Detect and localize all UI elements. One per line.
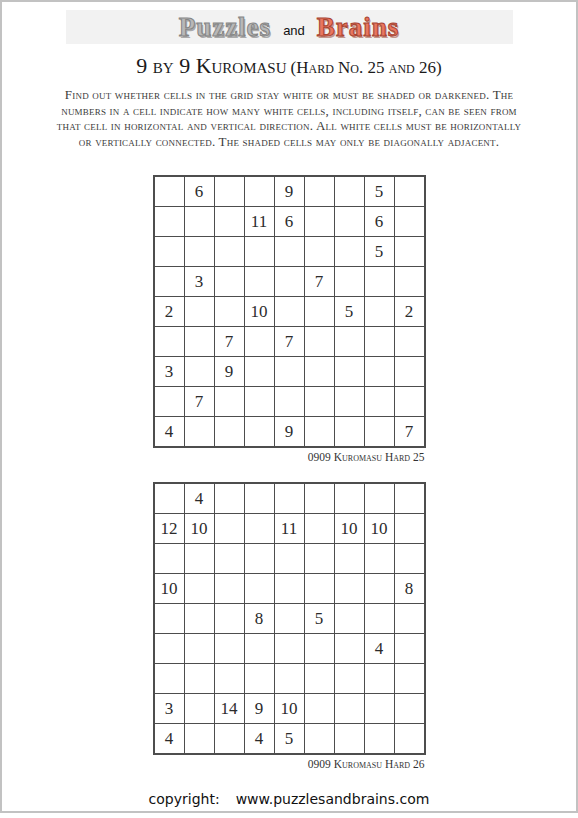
grid-cell[interactable] [155, 634, 184, 663]
grid-cell[interactable]: 5 [305, 604, 334, 633]
grid-cell[interactable] [185, 237, 214, 266]
grid-cell[interactable] [395, 514, 424, 543]
grid-cell[interactable] [395, 207, 424, 236]
grid-cell[interactable] [365, 724, 394, 753]
copyright-label: copyright: [149, 791, 220, 807]
grid-cell[interactable] [215, 267, 244, 296]
grid-cell[interactable] [185, 604, 214, 633]
grid-cell[interactable] [275, 267, 304, 296]
kuromasu-grid-hard-25: 69511665372105277397497 [153, 175, 426, 448]
grid-cell[interactable]: 12 [155, 514, 184, 543]
grid-cell[interactable]: 10 [155, 574, 184, 603]
grid-caption-hard-25: 0909 Kuromasu Hard 25 [153, 451, 426, 463]
grid-cell[interactable]: 7 [215, 327, 244, 356]
grid-cell[interactable] [155, 177, 184, 206]
grid-cell[interactable] [185, 357, 214, 386]
grid-cell[interactable] [215, 417, 244, 446]
grid-cell[interactable] [215, 664, 244, 693]
grid-cell[interactable]: 3 [185, 267, 214, 296]
grid-cell[interactable] [335, 357, 364, 386]
grid-cell[interactable] [335, 484, 364, 513]
grid-cell[interactable] [305, 664, 334, 693]
grid-cell[interactable]: 9 [275, 417, 304, 446]
grid-cell[interactable] [155, 604, 184, 633]
grid-cell[interactable] [185, 417, 214, 446]
grid-cell[interactable] [185, 664, 214, 693]
grid-cell[interactable] [215, 207, 244, 236]
grid-cell[interactable] [215, 574, 244, 603]
grid-cell[interactable] [275, 574, 304, 603]
logo-brains-text: Brains [317, 14, 400, 41]
grid-cell[interactable] [365, 417, 394, 446]
copyright-line: copyright:www.puzzlesandbrains.com [2, 791, 576, 807]
page-title-main: 9 by 9 Kuromasu [136, 53, 286, 78]
grid-cell[interactable] [245, 387, 274, 416]
grid-cell[interactable] [395, 694, 424, 723]
puzzle-page: Puzzles and Brains 9 by 9 Kuromasu (Hard… [0, 0, 578, 813]
grid-cell[interactable] [215, 297, 244, 326]
grid-cell[interactable] [335, 574, 364, 603]
grid-cell[interactable] [395, 604, 424, 633]
grid-cell[interactable] [245, 177, 274, 206]
grid-cell[interactable]: 7 [305, 267, 334, 296]
instruction-line-2: numbers in a cell indicate how many whit… [2, 103, 576, 119]
grid-cell[interactable]: 4 [245, 724, 274, 753]
grid-cell[interactable] [395, 177, 424, 206]
grid-cell[interactable] [215, 237, 244, 266]
grid-cell[interactable] [395, 357, 424, 386]
grid-cell[interactable] [305, 327, 334, 356]
grid-cell[interactable]: 5 [365, 177, 394, 206]
grid-cell[interactable] [155, 237, 184, 266]
grid-cell[interactable] [215, 387, 244, 416]
grid-cell[interactable] [395, 267, 424, 296]
grid-cell[interactable]: 3 [155, 694, 184, 723]
instruction-line-3: that cell in horizontal and vertical dir… [2, 118, 576, 134]
instruction-line-1: Find out whether cells in the grid stay … [2, 87, 576, 103]
grid-cell[interactable]: 7 [395, 417, 424, 446]
grid-cell[interactable] [395, 237, 424, 266]
grid-cell[interactable]: 4 [155, 724, 184, 753]
grid-cell[interactable] [185, 327, 214, 356]
logo-puzzles-text: Puzzles [179, 14, 271, 41]
grid-cell[interactable]: 8 [245, 604, 274, 633]
grid-cell[interactable] [305, 544, 334, 573]
grid-cell[interactable] [305, 177, 334, 206]
grid-cell[interactable] [155, 267, 184, 296]
grid-cell[interactable]: 5 [365, 237, 394, 266]
grid-cell[interactable] [365, 604, 394, 633]
grid-cell[interactable] [395, 634, 424, 663]
puzzle-26-block: 41210111010108854314910445 0909 Kuromasu… [153, 482, 426, 770]
grid-caption-hard-26: 0909 Kuromasu Hard 26 [153, 758, 426, 770]
grid-cell[interactable] [305, 634, 334, 663]
grid-cell[interactable] [395, 664, 424, 693]
grid-cell[interactable] [335, 237, 364, 266]
grid-cell[interactable] [215, 177, 244, 206]
grid-cell[interactable] [335, 417, 364, 446]
grid-cell[interactable] [275, 387, 304, 416]
grid-cell[interactable] [275, 357, 304, 386]
grid-cell[interactable] [185, 544, 214, 573]
grid-cell[interactable] [335, 694, 364, 723]
grid-cell[interactable] [395, 544, 424, 573]
grid-cell[interactable]: 9 [215, 357, 244, 386]
grid-cell[interactable] [335, 664, 364, 693]
grid-cell[interactable] [275, 634, 304, 663]
grid-cell[interactable] [215, 484, 244, 513]
grid-cell[interactable] [365, 357, 394, 386]
grid-cell[interactable] [335, 544, 364, 573]
grid-cell[interactable] [305, 514, 334, 543]
grid-cell[interactable] [245, 357, 274, 386]
grid-cell[interactable] [305, 237, 334, 266]
instructions: Find out whether cells in the grid stay … [2, 87, 576, 149]
grid-cell[interactable]: 6 [365, 207, 394, 236]
grid-cell[interactable] [305, 724, 334, 753]
grid-cell[interactable] [155, 544, 184, 573]
grid-cell[interactable] [185, 634, 214, 663]
grid-cell[interactable]: 10 [275, 694, 304, 723]
grid-cell[interactable] [275, 237, 304, 266]
grid-cell[interactable] [185, 694, 214, 723]
grid-cell[interactable] [275, 297, 304, 326]
grid-cell[interactable]: 14 [215, 694, 244, 723]
grid-cell[interactable] [365, 387, 394, 416]
page-title: 9 by 9 Kuromasu (Hard No. 25 and 26) [2, 53, 576, 79]
grid-cell[interactable]: 10 [335, 514, 364, 543]
grid-cell[interactable] [155, 387, 184, 416]
grid-cell[interactable] [185, 297, 214, 326]
grid-cell[interactable] [215, 544, 244, 573]
grid-cell[interactable] [215, 634, 244, 663]
grid-cell[interactable]: 10 [365, 514, 394, 543]
logo-banner: Puzzles and Brains [66, 10, 513, 44]
grid-cell[interactable]: 4 [155, 417, 184, 446]
grid-cell[interactable] [245, 514, 274, 543]
grid-cell[interactable] [245, 574, 274, 603]
grid-cell[interactable] [335, 267, 364, 296]
grid-cell[interactable] [245, 634, 274, 663]
grid-cell[interactable]: 11 [245, 207, 274, 236]
grid-cell[interactable] [365, 694, 394, 723]
grid-cell[interactable] [185, 574, 214, 603]
grid-cell[interactable] [185, 724, 214, 753]
grid-cell[interactable] [335, 177, 364, 206]
page-title-sub: (Hard No. 25 and 26) [291, 58, 442, 77]
grid-cell[interactable]: 5 [335, 297, 364, 326]
grid-cell[interactable] [335, 724, 364, 753]
grid-cell[interactable] [335, 387, 364, 416]
grid-cell[interactable] [305, 484, 334, 513]
grid-cell[interactable]: 7 [275, 327, 304, 356]
grid-cell[interactable] [275, 544, 304, 573]
grid-cell[interactable] [155, 484, 184, 513]
grid-cell[interactable]: 10 [245, 297, 274, 326]
grid-cell[interactable] [335, 634, 364, 663]
grid-cell[interactable] [305, 574, 334, 603]
grid-cell[interactable] [215, 724, 244, 753]
grid-cell[interactable]: 8 [395, 574, 424, 603]
kuromasu-grid-hard-26: 41210111010108854314910445 [153, 482, 426, 755]
grid-cell[interactable] [305, 207, 334, 236]
grid-cell[interactable] [155, 207, 184, 236]
grid-cell[interactable] [305, 297, 334, 326]
grid-cell[interactable] [245, 267, 274, 296]
grid-cell[interactable] [275, 664, 304, 693]
grid-cell[interactable] [245, 544, 274, 573]
grid-cell[interactable]: 4 [365, 634, 394, 663]
grid-cell[interactable]: 7 [185, 387, 214, 416]
grid-cell[interactable]: 4 [185, 484, 214, 513]
instruction-line-4: or vertically connected. The shaded cell… [2, 134, 576, 150]
grid-cell[interactable] [275, 604, 304, 633]
grid-cell[interactable] [335, 327, 364, 356]
grid-cell[interactable] [365, 267, 394, 296]
grid-cell[interactable] [245, 664, 274, 693]
logo-and-text: and [283, 23, 305, 38]
grid-cell[interactable] [365, 574, 394, 603]
grid-cell[interactable] [365, 327, 394, 356]
grid-cell[interactable] [245, 417, 274, 446]
copyright-url[interactable]: www.puzzlesandbrains.com [236, 791, 430, 807]
grid-cell[interactable] [365, 664, 394, 693]
grid-cell[interactable]: 9 [275, 177, 304, 206]
grid-cell[interactable] [155, 327, 184, 356]
grid-cell[interactable] [365, 544, 394, 573]
grid-cell[interactable] [395, 327, 424, 356]
grid-cell[interactable] [245, 327, 274, 356]
grid-cell[interactable] [365, 297, 394, 326]
grid-cell[interactable] [395, 724, 424, 753]
grid-cell[interactable] [215, 604, 244, 633]
grid-cell[interactable] [275, 484, 304, 513]
grid-cell[interactable] [185, 207, 214, 236]
grid-cell[interactable]: 5 [275, 724, 304, 753]
grid-cell[interactable]: 6 [275, 207, 304, 236]
grid-cell[interactable] [335, 207, 364, 236]
grid-cell[interactable] [335, 604, 364, 633]
grid-cell[interactable] [395, 484, 424, 513]
grid-cell[interactable] [155, 664, 184, 693]
puzzle-25-block: 69511665372105277397497 0909 Kuromasu Ha… [153, 175, 426, 463]
grid-cell[interactable] [365, 484, 394, 513]
grid-cell[interactable]: 6 [185, 177, 214, 206]
grid-cell[interactable] [305, 694, 334, 723]
grid-cell[interactable]: 2 [155, 297, 184, 326]
grid-cell[interactable] [215, 514, 244, 543]
grid-cell[interactable] [395, 387, 424, 416]
grid-cell[interactable]: 3 [155, 357, 184, 386]
grid-cell[interactable]: 10 [185, 514, 214, 543]
grid-cell[interactable]: 11 [275, 514, 304, 543]
grid-cell[interactable]: 2 [395, 297, 424, 326]
grid-cell[interactable] [305, 357, 334, 386]
grid-cell[interactable]: 9 [245, 694, 274, 723]
grid-cell[interactable] [305, 387, 334, 416]
grid-cell[interactable] [305, 417, 334, 446]
grid-cell[interactable] [245, 484, 274, 513]
grid-cell[interactable] [245, 237, 274, 266]
